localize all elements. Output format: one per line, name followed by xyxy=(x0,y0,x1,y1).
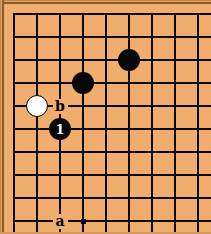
black-stone xyxy=(72,72,94,94)
go-board: ba1 xyxy=(0,0,211,234)
black-stone: 1 xyxy=(49,118,71,140)
point-label-a: a xyxy=(53,214,68,229)
board-border-left-dark xyxy=(2,0,4,234)
black-stone xyxy=(118,49,140,71)
board-bottom-cut-edge xyxy=(0,232,211,234)
white-stone xyxy=(26,95,48,117)
board-border-top-dark xyxy=(0,2,211,4)
go-grid-lines xyxy=(13,13,211,234)
stone-move-number: 1 xyxy=(55,123,64,136)
star-point-marker xyxy=(81,219,86,224)
point-label-b: b xyxy=(53,99,68,114)
